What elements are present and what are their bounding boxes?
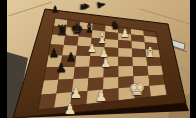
piece-white-pawn-e3[interactable]: ♟ [101,57,112,69]
piece-black-pawn-captured: ♟ [95,0,106,10]
piece-black-king-b7[interactable]: ♚ [70,22,83,37]
piece-black-pawn-a4[interactable]: ♟ [49,47,60,59]
piece-white-pawn-b2[interactable]: ♟ [64,102,77,116]
piece-black-knight-f8[interactable]: ♞ [110,19,121,31]
piece-black-pawn-b4[interactable]: ♟ [66,51,77,63]
video-frame: ♜♚♝♞♟♟♟♝♟♝♟♟♟♟♟♟♚♞♟♟ [0,0,196,118]
piece-black-pawn-captured: ♟ [51,5,59,14]
piece-black-bishop-c7[interactable]: ♝ [83,21,95,34]
piece-white-king-g1[interactable]: ♚ [128,79,145,98]
letterbox-left [0,0,7,118]
piece-black-rook-a7[interactable]: ♜ [56,23,69,37]
piece-white-pawn-c5[interactable]: ♟ [87,43,97,54]
piece-black-knight-captured: ♞ [79,1,92,13]
piece-white-bishop-d6[interactable]: ♝ [96,31,109,45]
piece-black-pawn-b3[interactable]: ♟ [55,61,67,74]
piece-white-pawn-e2[interactable]: ♟ [95,89,108,103]
pieces-layer: ♜♚♝♞♟♟♟♝♟♝♟♟♟♟♟♟♚♞♟♟ [0,0,196,118]
letterbox-right [190,0,196,118]
piece-white-pawn-f7[interactable]: ♟ [120,28,130,39]
piece-white-pawn-c2[interactable]: ♟ [70,86,83,100]
piece-white-bishop-g4[interactable]: ♝ [144,45,157,59]
